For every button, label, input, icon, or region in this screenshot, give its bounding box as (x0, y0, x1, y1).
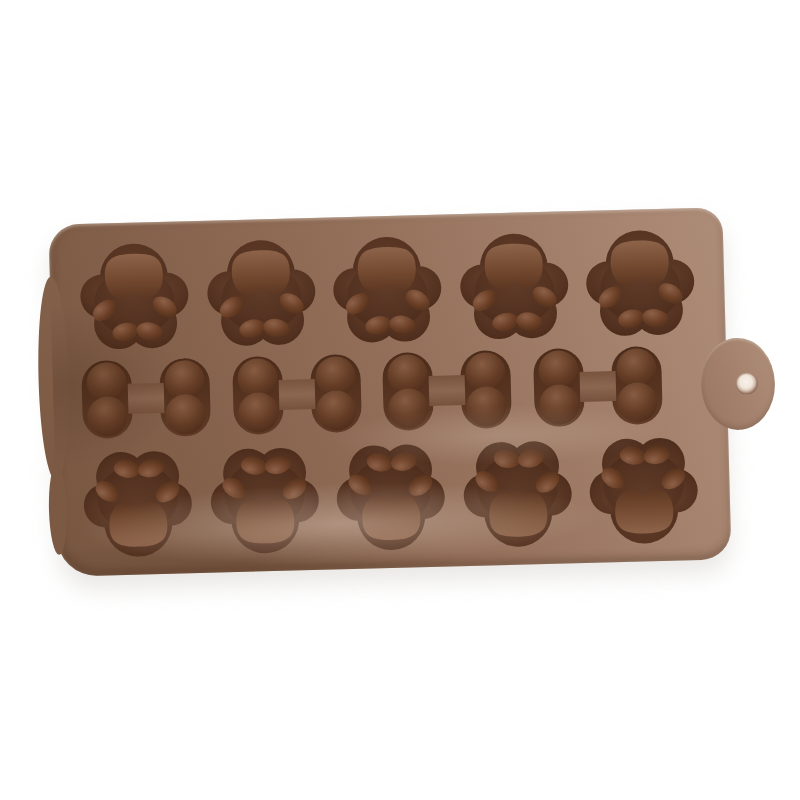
paw-cavity (80, 447, 195, 562)
cavity-rows (49, 207, 723, 225)
paw-cavity (456, 228, 571, 343)
bone-cavity (223, 351, 371, 439)
paw-cavity (586, 434, 701, 549)
photo-background (0, 0, 800, 800)
left-edge-bulge-small (48, 465, 68, 555)
paw-cavity (207, 444, 322, 559)
bone-shaft (429, 375, 466, 406)
paw-cavity (203, 235, 318, 350)
left-edge-bulge (36, 276, 71, 481)
row-paw-3 (80, 434, 701, 562)
bone-shaft (580, 371, 617, 402)
paw-cavity (333, 441, 448, 556)
row-bone-2 (72, 343, 672, 443)
paw-cavity (330, 232, 445, 347)
bone-cavity (524, 343, 672, 431)
bone-cavity (373, 347, 521, 435)
bone-shaft (128, 383, 165, 414)
bone-cavity (72, 354, 220, 442)
paw-cavity (460, 437, 575, 552)
row-paw-1 (77, 225, 698, 353)
bone-shaft (278, 379, 315, 410)
silicone-mold (49, 207, 732, 577)
paw-cavity (583, 225, 698, 340)
paw-cavity (77, 238, 192, 353)
